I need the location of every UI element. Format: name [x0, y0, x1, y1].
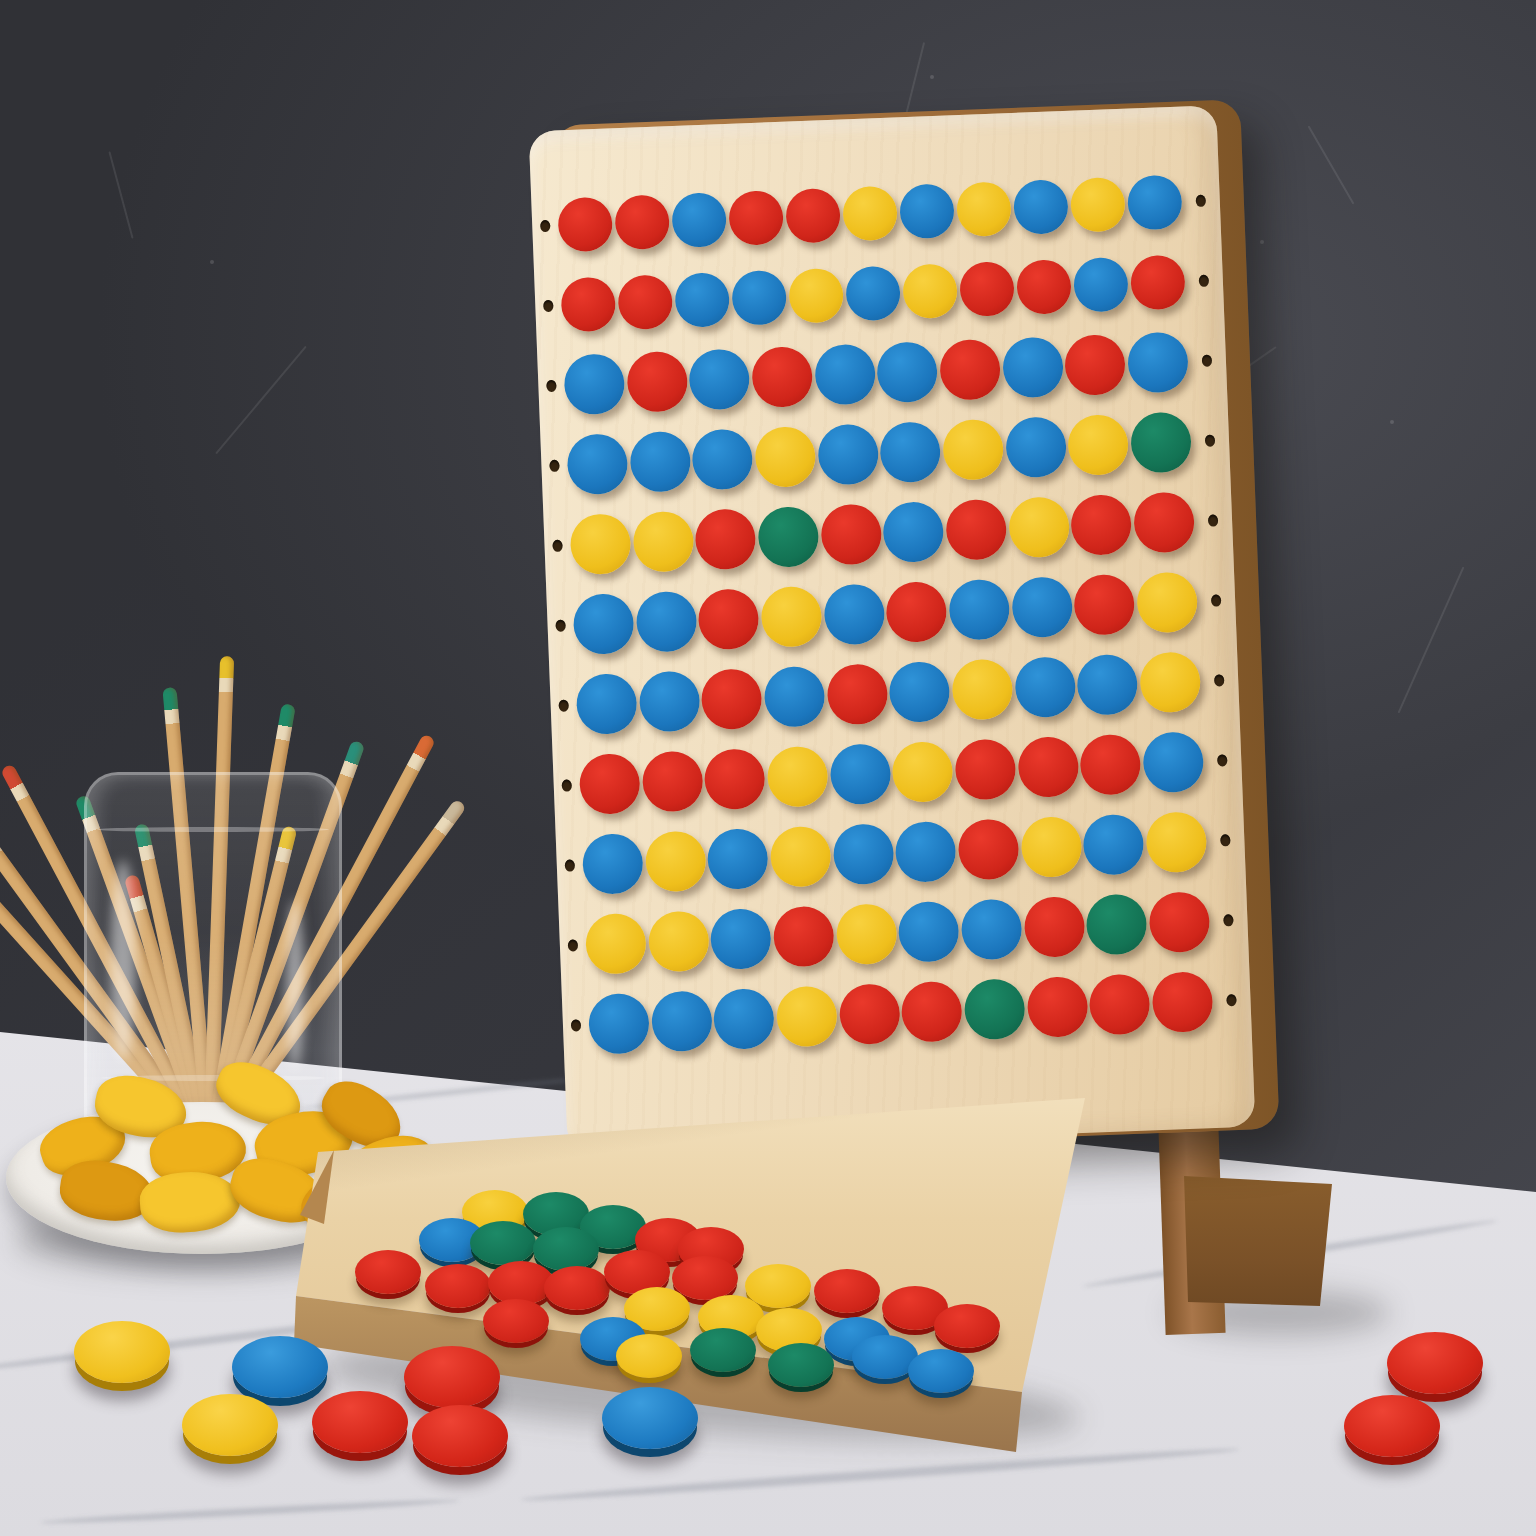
- board-disc-r2c8[interactable]: [959, 261, 1015, 317]
- peg-hole-left: [552, 540, 562, 552]
- peg-hole-right: [1208, 514, 1218, 526]
- tray-disc-25[interactable]: [690, 1328, 756, 1372]
- board-disc-r7c2[interactable]: [638, 670, 700, 732]
- board-disc-r5c9[interactable]: [1070, 494, 1132, 556]
- board-disc-r6c1[interactable]: [572, 593, 634, 655]
- board-disc-r3c3[interactable]: [688, 348, 750, 410]
- peg-hole-right: [1217, 754, 1227, 766]
- board-disc-r1c3[interactable]: [671, 192, 727, 248]
- board-disc-r2c6[interactable]: [845, 265, 901, 321]
- peg-hole-right: [1196, 195, 1206, 207]
- board-disc-r10c2[interactable]: [647, 910, 709, 972]
- board-disc-r11c2[interactable]: [650, 990, 712, 1052]
- board-disc-r9c4[interactable]: [770, 826, 832, 888]
- peg-hole-right: [1226, 994, 1236, 1006]
- board-disc-r2c3[interactable]: [674, 272, 730, 328]
- board-disc-r2c10[interactable]: [1073, 257, 1129, 313]
- peg-hole-right: [1205, 434, 1215, 446]
- board-disc-r6c6[interactable]: [886, 581, 948, 643]
- board-disc-r9c8[interactable]: [1020, 816, 1082, 878]
- peg-hole-left: [549, 460, 559, 472]
- board-disc-r8c1[interactable]: [579, 753, 641, 815]
- board-disc-r7c9[interactable]: [1076, 654, 1138, 716]
- board-disc-r1c5[interactable]: [785, 188, 841, 244]
- board-row-11: [588, 970, 1214, 1056]
- board-disc-r8c3[interactable]: [704, 748, 766, 810]
- board-disc-r3c8[interactable]: [1002, 336, 1064, 398]
- board-disc-r9c6[interactable]: [895, 821, 957, 883]
- board-disc-r9c10[interactable]: [1145, 811, 1207, 873]
- board-disc-r10c9[interactable]: [1086, 893, 1148, 955]
- tray-disc-4[interactable]: [470, 1221, 536, 1265]
- board-disc-r11c5[interactable]: [838, 983, 900, 1045]
- board-disc-r1c9[interactable]: [1013, 179, 1069, 235]
- board-disc-r5c3[interactable]: [695, 508, 757, 570]
- board-disc-r9c9[interactable]: [1083, 814, 1145, 876]
- peg-hole-left: [562, 779, 572, 791]
- board-disc-r4c5[interactable]: [817, 423, 879, 485]
- board-row-7: [576, 650, 1202, 736]
- board-row-9: [582, 810, 1208, 896]
- table-disc-2[interactable]: [232, 1336, 328, 1398]
- board-disc-r3c1[interactable]: [563, 353, 625, 415]
- table-disc-8[interactable]: [1387, 1332, 1483, 1394]
- board-disc-r6c9[interactable]: [1073, 574, 1135, 636]
- tray-disc-6[interactable]: [533, 1227, 599, 1271]
- board-disc-r11c8[interactable]: [1026, 976, 1088, 1038]
- board-disc-r6c2[interactable]: [635, 591, 697, 653]
- peg-hole-left: [540, 220, 550, 232]
- board-disc-r6c10[interactable]: [1136, 571, 1198, 633]
- board-disc-r2c11[interactable]: [1130, 255, 1186, 311]
- board-disc-r4c8[interactable]: [1005, 416, 1067, 478]
- board-disc-r4c1[interactable]: [566, 433, 628, 495]
- tray-disc-9[interactable]: [355, 1250, 421, 1294]
- board-disc-r8c8[interactable]: [1017, 736, 1079, 798]
- board-disc-r10c6[interactable]: [898, 901, 960, 963]
- board-disc-r10c4[interactable]: [773, 905, 835, 967]
- board-disc-r3c10[interactable]: [1127, 331, 1189, 393]
- wall-speck-2: [1260, 240, 1264, 244]
- board-disc-r3c7[interactable]: [939, 339, 1001, 401]
- peg-hole-left: [571, 1019, 581, 1031]
- table-disc-7[interactable]: [602, 1387, 698, 1449]
- board-disc-r3c6[interactable]: [876, 341, 938, 403]
- board-disc-r7c10[interactable]: [1139, 651, 1201, 713]
- board-disc-r2c7[interactable]: [902, 263, 958, 319]
- board-disc-r11c7[interactable]: [963, 978, 1025, 1040]
- board-disc-r10c3[interactable]: [710, 908, 772, 970]
- board-disc-r1c10[interactable]: [1070, 177, 1126, 233]
- jar-highlight: [286, 900, 304, 1070]
- board-disc-r2c1[interactable]: [560, 276, 616, 332]
- board-disc-r10c5[interactable]: [835, 903, 897, 965]
- board-disc-r1c8[interactable]: [956, 181, 1012, 237]
- board-disc-r8c6[interactable]: [892, 741, 954, 803]
- board-disc-r1c6[interactable]: [842, 186, 898, 242]
- board-disc-r5c7[interactable]: [945, 499, 1007, 561]
- board-disc-r5c1[interactable]: [569, 513, 631, 575]
- board-disc-r11c3[interactable]: [713, 988, 775, 1050]
- board-disc-r5c5[interactable]: [820, 503, 882, 565]
- tray-disc-20[interactable]: [934, 1304, 1000, 1348]
- board-row-5: [569, 490, 1195, 576]
- board-disc-r7c6[interactable]: [889, 661, 951, 723]
- board-disc-r7c1[interactable]: [576, 673, 638, 735]
- board-disc-r2c9[interactable]: [1016, 259, 1072, 315]
- board-disc-r4c9[interactable]: [1067, 414, 1129, 476]
- board-disc-r1c2[interactable]: [614, 194, 670, 250]
- board-disc-r10c8[interactable]: [1023, 896, 1085, 958]
- board-disc-r1c1[interactable]: [557, 196, 613, 252]
- peg-hole-right: [1199, 275, 1209, 287]
- game-board: [529, 105, 1256, 1153]
- board-disc-r6c7[interactable]: [948, 579, 1010, 641]
- board-disc-r1c7[interactable]: [899, 183, 955, 239]
- peg-hole-left: [558, 699, 568, 711]
- board-disc-r7c7[interactable]: [951, 658, 1013, 720]
- board-disc-r3c9[interactable]: [1064, 334, 1126, 396]
- board-disc-r5c4[interactable]: [757, 506, 819, 568]
- board-disc-r8c4[interactable]: [766, 746, 828, 808]
- table-disc-1[interactable]: [74, 1321, 170, 1383]
- tray-disc-14[interactable]: [672, 1256, 738, 1300]
- tray-disc-21[interactable]: [483, 1299, 549, 1343]
- board-disc-r9c3[interactable]: [707, 828, 769, 890]
- tray-disc-29[interactable]: [908, 1349, 974, 1393]
- board-disc-r3c5[interactable]: [814, 343, 876, 405]
- board-row-6: [572, 570, 1198, 656]
- board-disc-r1c11[interactable]: [1127, 175, 1183, 231]
- board-disc-r7c3[interactable]: [701, 668, 763, 730]
- board-disc-r10c1[interactable]: [585, 913, 647, 975]
- board-disc-r11c9[interactable]: [1089, 973, 1151, 1035]
- board-disc-r4c2[interactable]: [629, 431, 691, 493]
- tray-disc-28[interactable]: [768, 1343, 834, 1387]
- board-disc-r1c4[interactable]: [728, 190, 784, 246]
- board-row-1: [557, 171, 1183, 257]
- table-disc-6[interactable]: [412, 1405, 508, 1467]
- board-disc-r4c4[interactable]: [754, 426, 816, 488]
- board-disc-r3c2[interactable]: [626, 351, 688, 413]
- wall-speck-1: [930, 75, 934, 79]
- table-disc-5[interactable]: [312, 1391, 408, 1453]
- board-disc-r4c3[interactable]: [692, 428, 754, 490]
- board-disc-r6c8[interactable]: [1011, 576, 1073, 638]
- board-disc-r7c8[interactable]: [1014, 656, 1076, 718]
- board-disc-r11c6[interactable]: [901, 981, 963, 1043]
- board-disc-r6c4[interactable]: [760, 586, 822, 648]
- board-disc-r6c5[interactable]: [823, 583, 885, 645]
- board-row-8: [579, 730, 1205, 816]
- peg-hole-left: [543, 300, 553, 312]
- board-disc-r9c2[interactable]: [644, 830, 706, 892]
- peg-hole-right: [1223, 914, 1233, 926]
- peg-hole-left: [565, 859, 575, 871]
- jar-highlight: [110, 860, 136, 1060]
- board-disc-r11c4[interactable]: [776, 985, 838, 1047]
- board-disc-r5c2[interactable]: [632, 511, 694, 573]
- board-disc-r8c5[interactable]: [829, 743, 891, 805]
- board-row-2: [560, 251, 1186, 337]
- board-disc-r5c6[interactable]: [882, 501, 944, 563]
- board-disc-r4c7[interactable]: [942, 419, 1004, 481]
- board-disc-r7c5[interactable]: [826, 663, 888, 725]
- board-disc-r2c5[interactable]: [788, 268, 844, 324]
- disc-grid: [557, 171, 1214, 1056]
- scene: [0, 0, 1536, 1536]
- board-disc-r11c1[interactable]: [588, 993, 650, 1055]
- board-disc-r6c3[interactable]: [698, 588, 760, 650]
- peg-hole-right: [1214, 674, 1224, 686]
- board-disc-r5c8[interactable]: [1008, 496, 1070, 558]
- board-disc-r7c4[interactable]: [763, 666, 825, 728]
- board-disc-r9c5[interactable]: [832, 823, 894, 885]
- table-disc-4[interactable]: [182, 1394, 278, 1456]
- board-row-10: [585, 890, 1211, 976]
- board-disc-r4c10[interactable]: [1130, 411, 1192, 473]
- board-disc-r8c7[interactable]: [954, 738, 1016, 800]
- board-disc-r10c10[interactable]: [1148, 891, 1210, 953]
- wall-speck-5: [210, 260, 214, 264]
- board-disc-r8c10[interactable]: [1142, 731, 1204, 793]
- tray-disc-26[interactable]: [616, 1334, 682, 1378]
- board-disc-r10c7[interactable]: [960, 898, 1022, 960]
- board-disc-r8c2[interactable]: [641, 750, 703, 812]
- board-disc-r8c9[interactable]: [1079, 734, 1141, 796]
- peg-hole-right: [1202, 355, 1212, 367]
- table-disc-9[interactable]: [1344, 1395, 1440, 1457]
- board-disc-r2c4[interactable]: [731, 270, 787, 326]
- board-disc-r3c4[interactable]: [751, 346, 813, 408]
- peg-hole-left: [568, 939, 578, 951]
- wall-speck-3: [1390, 420, 1394, 424]
- tray-disc-16[interactable]: [814, 1269, 880, 1313]
- tray-disc-12[interactable]: [544, 1266, 610, 1310]
- tray-disc-10[interactable]: [425, 1264, 491, 1308]
- peg-hole-left: [555, 620, 565, 632]
- board-disc-r5c10[interactable]: [1133, 491, 1195, 553]
- peg-hole-right: [1220, 834, 1230, 846]
- board-disc-r2c2[interactable]: [617, 274, 673, 330]
- peg-hole-right: [1211, 594, 1221, 606]
- board-row-3: [563, 330, 1189, 416]
- board-row-4: [566, 410, 1192, 496]
- board-disc-r4c6[interactable]: [879, 421, 941, 483]
- table-disc-3[interactable]: [404, 1346, 500, 1408]
- board-disc-r9c7[interactable]: [957, 818, 1019, 880]
- board-disc-r9c1[interactable]: [582, 833, 644, 895]
- peg-hole-left: [546, 380, 556, 392]
- board-disc-r11c10[interactable]: [1151, 971, 1213, 1033]
